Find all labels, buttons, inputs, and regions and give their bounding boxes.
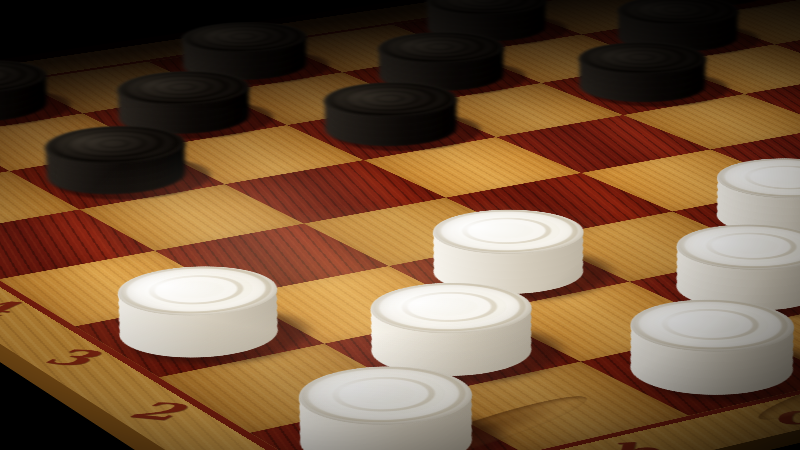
checker-white-a1[interactable]	[269, 403, 505, 450]
checker-white-c1[interactable]	[599, 335, 800, 410]
file-label-b: b	[602, 439, 662, 450]
checkers-photo-stage: 12345678abcdefgh	[0, 0, 800, 450]
checkers-board: 12345678abcdefgh	[0, 0, 800, 450]
piece-shadow	[0, 137, 21, 194]
playing-field	[0, 0, 800, 450]
checker-black-b6[interactable]	[24, 152, 209, 205]
checker-white-a3[interactable]	[92, 301, 306, 371]
